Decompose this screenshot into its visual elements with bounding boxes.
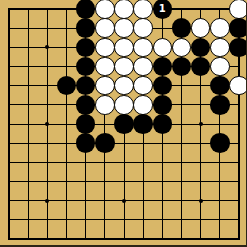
white-stone [114,0,134,19]
white-stone [114,95,134,115]
white-stone [210,38,230,58]
white-stone [133,57,153,77]
white-stone [95,38,115,58]
black-stone [133,114,153,134]
board-shadow-right [246,4,247,247]
white-stone [210,57,230,77]
star-point [122,199,126,203]
go-board[interactable]: 1 [0,0,247,247]
white-stone [95,76,115,96]
black-stone [76,95,96,115]
white-stone [95,0,115,19]
white-stone [95,57,115,77]
black-stone [114,114,134,134]
black-stone [210,95,230,115]
black-stone [153,95,173,115]
white-stone [114,18,134,38]
white-stone [114,57,134,77]
star-point [199,199,203,203]
white-stone [133,0,153,19]
white-stone [210,18,230,38]
white-stone [133,38,153,58]
black-stone [229,18,247,38]
grid-line-horizontal [9,143,239,144]
move-number-label: 1 [159,4,166,14]
white-stone [133,95,153,115]
black-stone [229,38,247,58]
white-stone [153,38,173,58]
white-stone [114,76,134,96]
white-stone [95,95,115,115]
black-stone [210,76,230,96]
star-point [199,122,203,126]
grid-line-horizontal [9,162,239,163]
grid-line-horizontal [9,219,239,220]
white-stone [229,76,247,96]
black-stone [210,133,230,153]
white-stone [95,18,115,38]
black-stone [76,114,96,134]
black-stone [153,114,173,134]
black-stone [95,133,115,153]
white-stone [133,18,153,38]
grid-line-horizontal [9,181,239,182]
white-stone [229,0,247,19]
black-stone: 1 [153,0,173,19]
black-stone [172,18,192,38]
go-diagram: 1 [0,0,247,247]
white-stone [114,38,134,58]
